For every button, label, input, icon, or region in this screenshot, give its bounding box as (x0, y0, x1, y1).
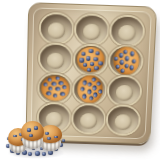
blueberry (80, 87, 84, 92)
blueberry (55, 87, 60, 91)
blueberry (87, 82, 91, 87)
blueberry (130, 51, 134, 56)
blueberry (13, 135, 17, 138)
blueberry-muffin (77, 75, 103, 103)
pan-cell-r4c2 (72, 104, 106, 133)
blueberry (35, 151, 40, 156)
blueberry (115, 64, 119, 69)
blueberry (51, 81, 56, 85)
muffin-cup (41, 13, 73, 42)
blueberry (55, 76, 60, 80)
blueberry (47, 77, 52, 81)
blueberry (42, 152, 46, 156)
blueberry (62, 85, 67, 89)
blueberry-muffin (113, 46, 139, 75)
blueberry (118, 53, 122, 58)
blueberry (132, 59, 136, 64)
garnish-muffin-top (21, 121, 44, 141)
blueberry (52, 94, 57, 98)
blueberry (29, 134, 33, 137)
blueberry-muffin (76, 46, 105, 72)
blueberry (96, 81, 100, 86)
blueberry (92, 86, 96, 91)
blueberry (129, 65, 133, 70)
pan-cell-r3c1 (38, 73, 72, 103)
blueberry (58, 81, 63, 85)
blueberry (124, 63, 128, 68)
cup-floor (118, 25, 136, 41)
pan-cell-r1c3 (110, 15, 145, 46)
pan-cell-r2c1 (39, 43, 73, 73)
pan-cell-r2c3 (109, 46, 143, 76)
blueberry (125, 56, 129, 61)
muffin-cup (40, 44, 72, 73)
pan-cell-r3c3 (108, 76, 142, 106)
product-photo-canvas (0, 0, 160, 160)
blueberry (27, 128, 31, 131)
pan-cell-r1c2 (75, 14, 109, 45)
muffin-cup (73, 104, 105, 132)
muffin-cup (110, 46, 142, 75)
cup-floor (80, 113, 98, 129)
blueberry (119, 60, 123, 65)
pan-cell-r4c3 (106, 105, 140, 134)
blueberry (46, 92, 51, 96)
blueberry (94, 57, 99, 61)
cup-floor (115, 85, 133, 101)
blueberry (47, 137, 51, 140)
blueberry (89, 49, 94, 53)
blueberry (79, 58, 84, 62)
blueberry (86, 56, 91, 60)
blueberry (120, 68, 124, 73)
blueberry (90, 62, 95, 66)
muffin-cup (111, 16, 143, 45)
garnish-muffin (21, 121, 44, 149)
blueberry (62, 139, 65, 142)
blueberry-muffin (41, 75, 69, 101)
blueberry (45, 132, 49, 135)
blueberry (28, 152, 32, 156)
muffin-cup (107, 106, 139, 134)
blueberry (43, 82, 48, 86)
blueberry (98, 89, 102, 94)
blueberry (86, 67, 91, 71)
blueberry (60, 92, 65, 96)
blueberry (34, 126, 38, 129)
blueberry (54, 136, 58, 139)
blueberry (82, 80, 86, 85)
blueberry (92, 77, 96, 82)
blueberry (83, 63, 88, 67)
muffin-cup (75, 45, 107, 74)
blueberry (94, 66, 99, 70)
blueberry (88, 96, 92, 100)
blueberry (81, 52, 86, 56)
pan-cell-r2c2 (74, 44, 108, 74)
muffin-cup (74, 75, 106, 104)
cup-floor (83, 24, 101, 40)
blueberry (114, 56, 118, 61)
muffin-cup (76, 15, 108, 44)
cup-floor (47, 23, 65, 39)
muffin-cup (109, 76, 141, 105)
blueberry (123, 49, 127, 54)
pan-cell-r3c2 (73, 74, 107, 104)
cup-floor (114, 115, 132, 131)
blueberry (48, 86, 53, 90)
blueberry (82, 94, 86, 99)
muffin-cup (39, 74, 71, 103)
blueberry (93, 93, 97, 98)
blueberry (95, 52, 100, 56)
blueberry (87, 89, 91, 94)
blueberry (98, 61, 103, 65)
pan-cell-r1c1 (40, 13, 74, 44)
cup-floor (47, 53, 65, 69)
garnish-muffins-cluster (5, 120, 67, 159)
